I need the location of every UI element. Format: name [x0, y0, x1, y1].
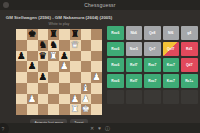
guess-tile — [126, 90, 143, 104]
guess-tile: Nxe5 — [126, 42, 143, 56]
board-square[interactable]: ♟ — [59, 61, 70, 72]
guess-tile: Rxc6 — [107, 58, 124, 72]
guess-tile: Rxf7 — [126, 74, 143, 88]
board-square[interactable] — [16, 29, 27, 40]
guess-tile: Qe8 — [144, 26, 161, 40]
board-square[interactable] — [81, 61, 92, 72]
help-button[interactable]: ? — [0, 123, 9, 133]
board-square[interactable] — [91, 51, 102, 62]
guess-tile: Kxc7 — [163, 74, 180, 88]
board-square[interactable] — [27, 72, 38, 83]
board-square[interactable] — [59, 94, 70, 105]
guess-tile: Rxc6 — [107, 74, 124, 88]
white-p-piece: ♟ — [28, 94, 37, 105]
board-square[interactable] — [70, 72, 81, 83]
black-n-piece: ♞ — [49, 40, 58, 51]
board-square[interactable]: ♛ — [70, 40, 81, 51]
guess-row: Rxc6Nxe5Qe7Qxf7Rd1 — [107, 42, 198, 56]
board-square[interactable] — [48, 72, 59, 83]
footer-bar: ? ✕♥ⓘ — [0, 123, 200, 133]
board-square[interactable] — [70, 51, 81, 62]
board-square[interactable] — [81, 51, 92, 62]
guess-tile: Rxf7 — [126, 58, 143, 72]
board-square[interactable] — [48, 61, 59, 72]
black-q-piece: ♛ — [39, 51, 48, 62]
board-square[interactable]: ♜ — [48, 51, 59, 62]
board-square[interactable] — [59, 104, 70, 115]
game-panel: GM Stellwagen (2596) - GM Nakamura (2604… — [16, 13, 102, 127]
board-square[interactable]: ♞ — [48, 40, 59, 51]
board-square[interactable]: ♜ — [70, 104, 81, 115]
app-title: Chessguessr — [84, 2, 115, 8]
guess-tile: Rxc7 — [144, 58, 161, 72]
board-square[interactable]: ♟ — [27, 94, 38, 105]
white-b-piece: ♝ — [82, 83, 91, 94]
info-icon[interactable]: ⓘ — [105, 123, 110, 133]
guess-tile: g4 — [181, 26, 198, 40]
board-square[interactable] — [81, 40, 92, 51]
board-square[interactable] — [59, 83, 70, 94]
board-square[interactable] — [91, 29, 102, 40]
guess-tile: Kxc7 — [163, 58, 180, 72]
white-k-piece: ♚ — [82, 104, 91, 115]
board-square[interactable] — [16, 104, 27, 115]
black-p-piece: ♟ — [28, 61, 37, 72]
guess-tile: Nb6 — [126, 26, 143, 40]
board-square[interactable] — [81, 29, 92, 40]
guess-tile: Nf6 — [163, 26, 180, 40]
guess-tile: Rxc6 — [107, 42, 124, 56]
black-k-piece: ♚ — [28, 29, 37, 40]
board-square[interactable] — [16, 94, 27, 105]
chess-board[interactable]: ♚♜♜♞♞♛♟♛♜♟♟♟♟♟♝♟♟♟♜♚ — [16, 29, 102, 115]
board-square[interactable]: ♛ — [38, 51, 49, 62]
guess-tile — [181, 90, 198, 104]
white-q-piece: ♛ — [71, 40, 80, 51]
board-square[interactable]: ♞ — [38, 40, 49, 51]
board-square[interactable] — [48, 83, 59, 94]
twitter-icon[interactable]: ✕ — [90, 123, 94, 133]
top-bar: Chessguessr — [0, 0, 200, 10]
guess-tile: Qd7 — [181, 58, 198, 72]
white-p-piece: ♟ — [92, 72, 101, 83]
white-r-piece: ♜ — [71, 104, 80, 115]
guess-tile: Rxc7 — [144, 74, 161, 88]
guess-tile: Qxf7 — [163, 42, 180, 56]
guess-tile: Qe7 — [144, 42, 161, 56]
side-to-move-label: White to play — [49, 22, 70, 26]
guess-tile — [107, 90, 124, 104]
guess-row: Rxc6Nb6Qe8Nf6g4 — [107, 26, 198, 40]
board-square[interactable] — [48, 104, 59, 115]
guess-row: Rxc6Rxf7Rxc7Kxc7Rc1+ — [107, 74, 198, 88]
board-square[interactable] — [91, 83, 102, 94]
board-square[interactable] — [91, 104, 102, 115]
board-square[interactable] — [59, 40, 70, 51]
white-r-piece: ♜ — [49, 51, 58, 62]
guess-tile — [144, 90, 161, 104]
board-square[interactable]: ♝ — [81, 83, 92, 94]
guess-row: Rxc6Rxf7Rxc7Kxc7Qd7 — [107, 58, 198, 72]
guess-grid: Rxc6Nb6Qe8Nf6g4Rxc6Nxe5Qe7Qxf7Rd1Rxc6Rxf… — [107, 26, 198, 127]
menu-icon[interactable] — [3, 2, 9, 8]
guess-row — [107, 90, 198, 104]
players-header: GM Stellwagen (2596) - GM Nakamura (2604… — [6, 15, 112, 20]
guess-tile: Rxc6 — [107, 26, 124, 40]
board-square[interactable] — [27, 104, 38, 115]
board-square[interactable] — [91, 94, 102, 105]
board-square[interactable] — [27, 40, 38, 51]
board-square[interactable] — [59, 29, 70, 40]
board-square[interactable] — [16, 61, 27, 72]
guess-tile: Rc1+ — [181, 74, 198, 88]
board-square[interactable] — [48, 94, 59, 105]
board-square[interactable] — [70, 61, 81, 72]
board-square[interactable] — [16, 72, 27, 83]
main-area: GM Stellwagen (2596) - GM Nakamura (2604… — [0, 10, 200, 127]
board-square[interactable] — [59, 72, 70, 83]
board-square[interactable]: ♟ — [16, 51, 27, 62]
board-square[interactable] — [16, 83, 27, 94]
black-p-piece: ♟ — [17, 51, 26, 62]
board-square[interactable]: ♟ — [38, 72, 49, 83]
board-square[interactable] — [27, 83, 38, 94]
black-n-piece: ♞ — [39, 40, 48, 51]
heart-icon[interactable]: ♥ — [98, 123, 101, 133]
board-square[interactable] — [70, 83, 81, 94]
board-square[interactable] — [38, 83, 49, 94]
guess-tile: Rd1 — [181, 42, 198, 56]
board-square[interactable]: ♚ — [81, 104, 92, 115]
board-square[interactable] — [38, 94, 49, 105]
white-p-piece: ♟ — [60, 61, 69, 72]
board-square[interactable]: ♟ — [91, 72, 102, 83]
guess-tile — [163, 90, 180, 104]
board-square[interactable] — [91, 40, 102, 51]
board-square[interactable] — [16, 40, 27, 51]
board-square[interactable] — [38, 104, 49, 115]
board-square[interactable]: ♟ — [27, 61, 38, 72]
board-square[interactable]: ♚ — [27, 29, 38, 40]
black-p-piece: ♟ — [39, 72, 48, 83]
